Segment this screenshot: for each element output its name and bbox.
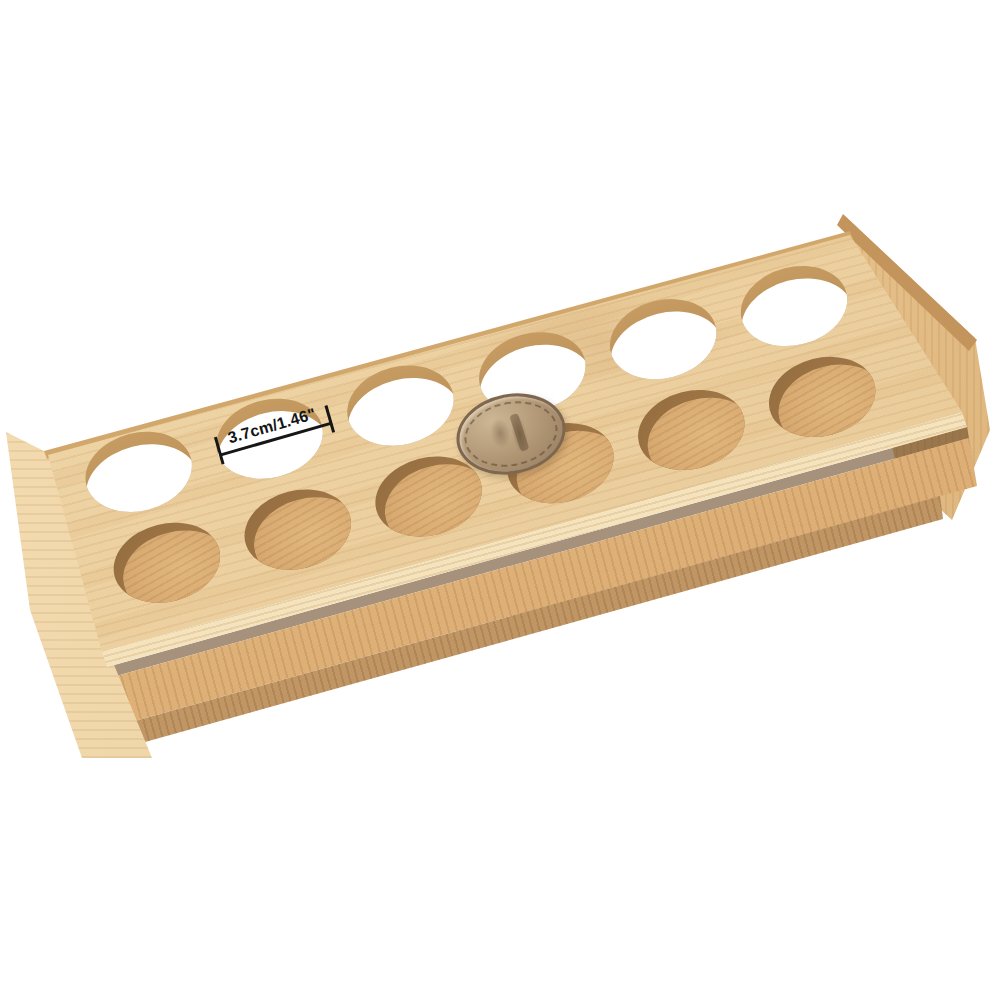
pit-hole — [629, 379, 753, 481]
pit-hole — [339, 354, 463, 456]
pit-hole — [761, 346, 885, 448]
pit-hole — [236, 479, 360, 581]
pit-hole — [76, 421, 200, 523]
pit-hole — [732, 255, 856, 357]
pit-hole — [601, 288, 725, 390]
product-photo-stage: 3.7cm/1.46" — [0, 0, 1000, 1000]
pit-hole — [105, 512, 229, 614]
